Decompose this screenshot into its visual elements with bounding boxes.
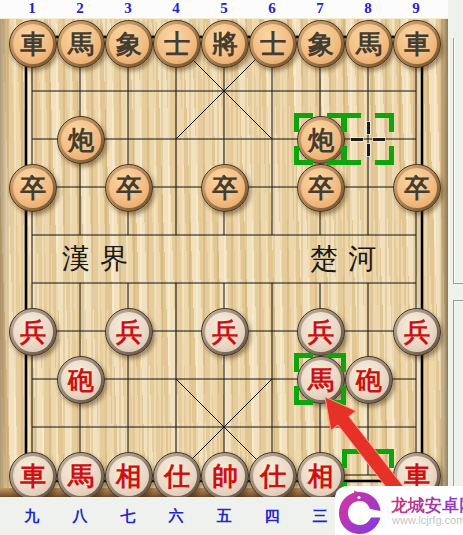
xiangqi-app-window: 123456789 漢界 楚河 車馬象士將士象馬車炮炮卒卒卒卒卒兵兵兵兵兵砲馬砲… bbox=[0, 0, 463, 535]
piece-black-卒[interactable]: 卒 bbox=[201, 164, 249, 212]
piece-glyph: 兵 bbox=[397, 312, 437, 352]
piece-glyph: 帥 bbox=[205, 456, 245, 496]
piece-glyph: 相 bbox=[109, 456, 149, 496]
watermark-site-url: www.lcjrfg.com bbox=[392, 514, 463, 526]
piece-glyph: 馬 bbox=[61, 24, 101, 64]
piece-red-兵[interactable]: 兵 bbox=[393, 308, 441, 356]
piece-red-兵[interactable]: 兵 bbox=[9, 308, 57, 356]
crosshair-cursor-icon bbox=[351, 122, 385, 156]
piece-black-士[interactable]: 士 bbox=[153, 20, 201, 68]
piece-glyph: 炮 bbox=[61, 120, 101, 160]
river-label-left: 漢界 bbox=[62, 243, 152, 275]
piece-black-士[interactable]: 士 bbox=[249, 20, 297, 68]
piece-red-馬[interactable]: 馬 bbox=[57, 452, 105, 500]
piece-red-車[interactable]: 車 bbox=[9, 452, 57, 500]
piece-glyph: 士 bbox=[157, 24, 197, 64]
file-label-bottom-4: 六 bbox=[163, 508, 189, 525]
piece-black-卒[interactable]: 卒 bbox=[9, 164, 57, 212]
piece-black-車[interactable]: 車 bbox=[393, 20, 441, 68]
dragon-logo-icon bbox=[337, 490, 383, 535]
piece-glyph: 車 bbox=[13, 456, 53, 496]
selection-bracket bbox=[294, 353, 346, 405]
piece-glyph: 砲 bbox=[61, 360, 101, 400]
piece-black-象[interactable]: 象 bbox=[105, 20, 153, 68]
piece-glyph: 砲 bbox=[349, 360, 389, 400]
piece-glyph: 象 bbox=[301, 24, 341, 64]
file-label-bottom-6: 四 bbox=[259, 508, 285, 525]
piece-black-馬[interactable]: 馬 bbox=[57, 20, 105, 68]
watermark: 龙城安卓网 www.lcjrfg.com bbox=[335, 486, 463, 535]
river-label-right: 楚河 bbox=[310, 243, 400, 275]
file-label-top-5: 5 bbox=[211, 0, 237, 17]
piece-glyph: 相 bbox=[301, 456, 341, 496]
piece-glyph: 將 bbox=[205, 24, 245, 64]
piece-red-帥[interactable]: 帥 bbox=[201, 452, 249, 500]
file-label-bottom-2: 八 bbox=[67, 508, 93, 525]
piece-glyph: 士 bbox=[253, 24, 293, 64]
piece-glyph: 卒 bbox=[397, 168, 437, 208]
file-label-bottom-3: 七 bbox=[115, 508, 141, 525]
piece-red-仕[interactable]: 仕 bbox=[153, 452, 201, 500]
file-label-bottom-5: 五 bbox=[211, 508, 237, 525]
piece-glyph: 卒 bbox=[109, 168, 149, 208]
piece-black-車[interactable]: 車 bbox=[9, 20, 57, 68]
piece-glyph: 兵 bbox=[301, 312, 341, 352]
file-label-bottom-1: 九 bbox=[19, 508, 45, 525]
piece-black-卒[interactable]: 卒 bbox=[105, 164, 153, 212]
piece-red-兵[interactable]: 兵 bbox=[297, 308, 345, 356]
piece-red-相[interactable]: 相 bbox=[105, 452, 153, 500]
piece-red-兵[interactable]: 兵 bbox=[105, 308, 153, 356]
piece-glyph: 車 bbox=[13, 24, 53, 64]
piece-glyph: 兵 bbox=[109, 312, 149, 352]
piece-red-砲[interactable]: 砲 bbox=[345, 356, 393, 404]
piece-black-卒[interactable]: 卒 bbox=[297, 164, 345, 212]
file-label-top-2: 2 bbox=[67, 0, 93, 17]
piece-glyph: 卒 bbox=[13, 168, 53, 208]
piece-glyph: 兵 bbox=[13, 312, 53, 352]
selection-bracket bbox=[294, 113, 346, 165]
piece-black-炮[interactable]: 炮 bbox=[57, 116, 105, 164]
piece-glyph: 兵 bbox=[205, 312, 245, 352]
piece-glyph: 仕 bbox=[253, 456, 293, 496]
piece-black-象[interactable]: 象 bbox=[297, 20, 345, 68]
piece-glyph: 卒 bbox=[205, 168, 245, 208]
file-label-top-9: 9 bbox=[403, 0, 429, 17]
file-label-top-3: 3 bbox=[115, 0, 141, 17]
file-label-top-8: 8 bbox=[355, 0, 381, 17]
piece-glyph: 馬 bbox=[349, 24, 389, 64]
piece-red-仕[interactable]: 仕 bbox=[249, 452, 297, 500]
top-file-labels: 123456789 bbox=[0, 0, 463, 18]
piece-black-將[interactable]: 將 bbox=[201, 20, 249, 68]
file-label-bottom-7: 三 bbox=[307, 508, 333, 525]
piece-black-卒[interactable]: 卒 bbox=[393, 164, 441, 212]
piece-glyph: 車 bbox=[397, 24, 437, 64]
piece-red-兵[interactable]: 兵 bbox=[201, 308, 249, 356]
piece-glyph: 馬 bbox=[61, 456, 101, 496]
piece-glyph: 仕 bbox=[157, 456, 197, 496]
piece-glyph: 卒 bbox=[301, 168, 341, 208]
file-label-top-7: 7 bbox=[307, 0, 333, 17]
piece-glyph: 象 bbox=[109, 24, 149, 64]
side-panel-edge bbox=[448, 0, 463, 535]
piece-red-砲[interactable]: 砲 bbox=[57, 356, 105, 404]
file-label-top-6: 6 bbox=[259, 0, 285, 17]
file-label-top-4: 4 bbox=[163, 0, 189, 17]
piece-black-馬[interactable]: 馬 bbox=[345, 20, 393, 68]
file-label-top-1: 1 bbox=[19, 0, 45, 17]
